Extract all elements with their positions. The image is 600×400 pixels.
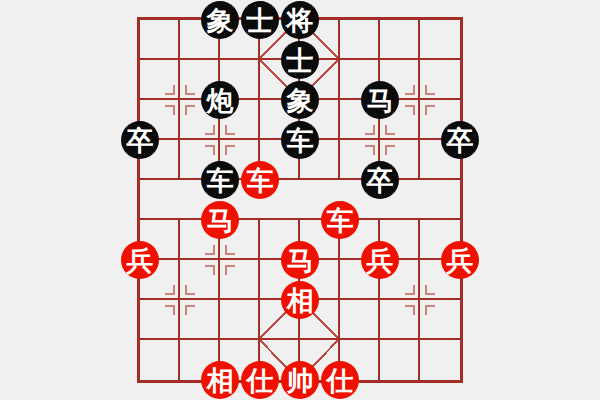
marker-corner bbox=[425, 105, 435, 115]
point-marker bbox=[365, 125, 395, 155]
piece-red-chariot[interactable]: 车 bbox=[241, 161, 279, 199]
piece-red-soldier[interactable]: 兵 bbox=[441, 241, 479, 279]
marker-corner bbox=[205, 265, 215, 275]
marker-corner bbox=[225, 245, 235, 255]
piece-red-horse[interactable]: 马 bbox=[281, 241, 319, 279]
piece-black-cannon[interactable]: 炮 bbox=[201, 81, 239, 119]
xiangqi-board-screen: 象士将士炮象马卒车卒车卒车马车兵马兵兵相相仕帅仕 bbox=[0, 0, 600, 400]
piece-black-general[interactable]: 将 bbox=[281, 1, 319, 39]
piece-black-soldier[interactable]: 卒 bbox=[361, 161, 399, 199]
marker-corner bbox=[165, 285, 175, 295]
board-cell bbox=[340, 20, 380, 60]
board-cell bbox=[140, 20, 180, 60]
point-marker bbox=[205, 125, 235, 155]
board-cell bbox=[140, 180, 180, 220]
point-marker bbox=[205, 245, 235, 275]
marker-corner bbox=[425, 85, 435, 95]
piece-red-horse[interactable]: 马 bbox=[201, 201, 239, 239]
board-cell bbox=[420, 340, 460, 380]
marker-corner bbox=[365, 125, 375, 135]
marker-corner bbox=[225, 265, 235, 275]
board-cell bbox=[140, 340, 180, 380]
marker-corner bbox=[405, 285, 415, 295]
marker-corner bbox=[405, 105, 415, 115]
marker-corner bbox=[185, 105, 195, 115]
piece-black-soldier[interactable]: 卒 bbox=[441, 121, 479, 159]
board-cell bbox=[420, 180, 460, 220]
piece-black-soldier[interactable]: 卒 bbox=[121, 121, 159, 159]
board-cell bbox=[420, 20, 460, 60]
piece-red-soldier[interactable]: 兵 bbox=[121, 241, 159, 279]
point-marker bbox=[165, 85, 195, 115]
marker-corner bbox=[185, 85, 195, 95]
point-marker bbox=[165, 285, 195, 315]
marker-corner bbox=[385, 125, 395, 135]
piece-black-chariot[interactable]: 车 bbox=[281, 121, 319, 159]
piece-black-elephant[interactable]: 象 bbox=[281, 81, 319, 119]
marker-corner bbox=[165, 105, 175, 115]
marker-corner bbox=[225, 145, 235, 155]
piece-black-advisor[interactable]: 士 bbox=[241, 1, 279, 39]
marker-corner bbox=[205, 125, 215, 135]
marker-corner bbox=[405, 305, 415, 315]
board-cell bbox=[380, 20, 420, 60]
piece-black-horse[interactable]: 马 bbox=[361, 81, 399, 119]
piece-red-chariot[interactable]: 车 bbox=[321, 201, 359, 239]
marker-corner bbox=[405, 85, 415, 95]
board-cell bbox=[340, 300, 380, 340]
marker-corner bbox=[425, 305, 435, 315]
piece-black-chariot[interactable]: 车 bbox=[201, 161, 239, 199]
board-cell bbox=[380, 340, 420, 380]
point-marker bbox=[405, 85, 435, 115]
marker-corner bbox=[165, 305, 175, 315]
board-cell bbox=[220, 300, 260, 340]
piece-red-advisor[interactable]: 仕 bbox=[241, 361, 279, 399]
point-marker bbox=[405, 285, 435, 315]
marker-corner bbox=[185, 305, 195, 315]
marker-corner bbox=[225, 125, 235, 135]
marker-corner bbox=[185, 285, 195, 295]
piece-black-advisor[interactable]: 士 bbox=[281, 41, 319, 79]
marker-corner bbox=[205, 245, 215, 255]
piece-red-elephant[interactable]: 相 bbox=[281, 281, 319, 319]
piece-red-general[interactable]: 帅 bbox=[281, 361, 319, 399]
piece-red-soldier[interactable]: 兵 bbox=[361, 241, 399, 279]
marker-corner bbox=[425, 285, 435, 295]
marker-corner bbox=[385, 145, 395, 155]
marker-corner bbox=[165, 85, 175, 95]
piece-red-elephant[interactable]: 相 bbox=[201, 361, 239, 399]
marker-corner bbox=[365, 145, 375, 155]
piece-red-advisor[interactable]: 仕 bbox=[321, 361, 359, 399]
piece-black-elephant[interactable]: 象 bbox=[201, 1, 239, 39]
marker-corner bbox=[205, 145, 215, 155]
